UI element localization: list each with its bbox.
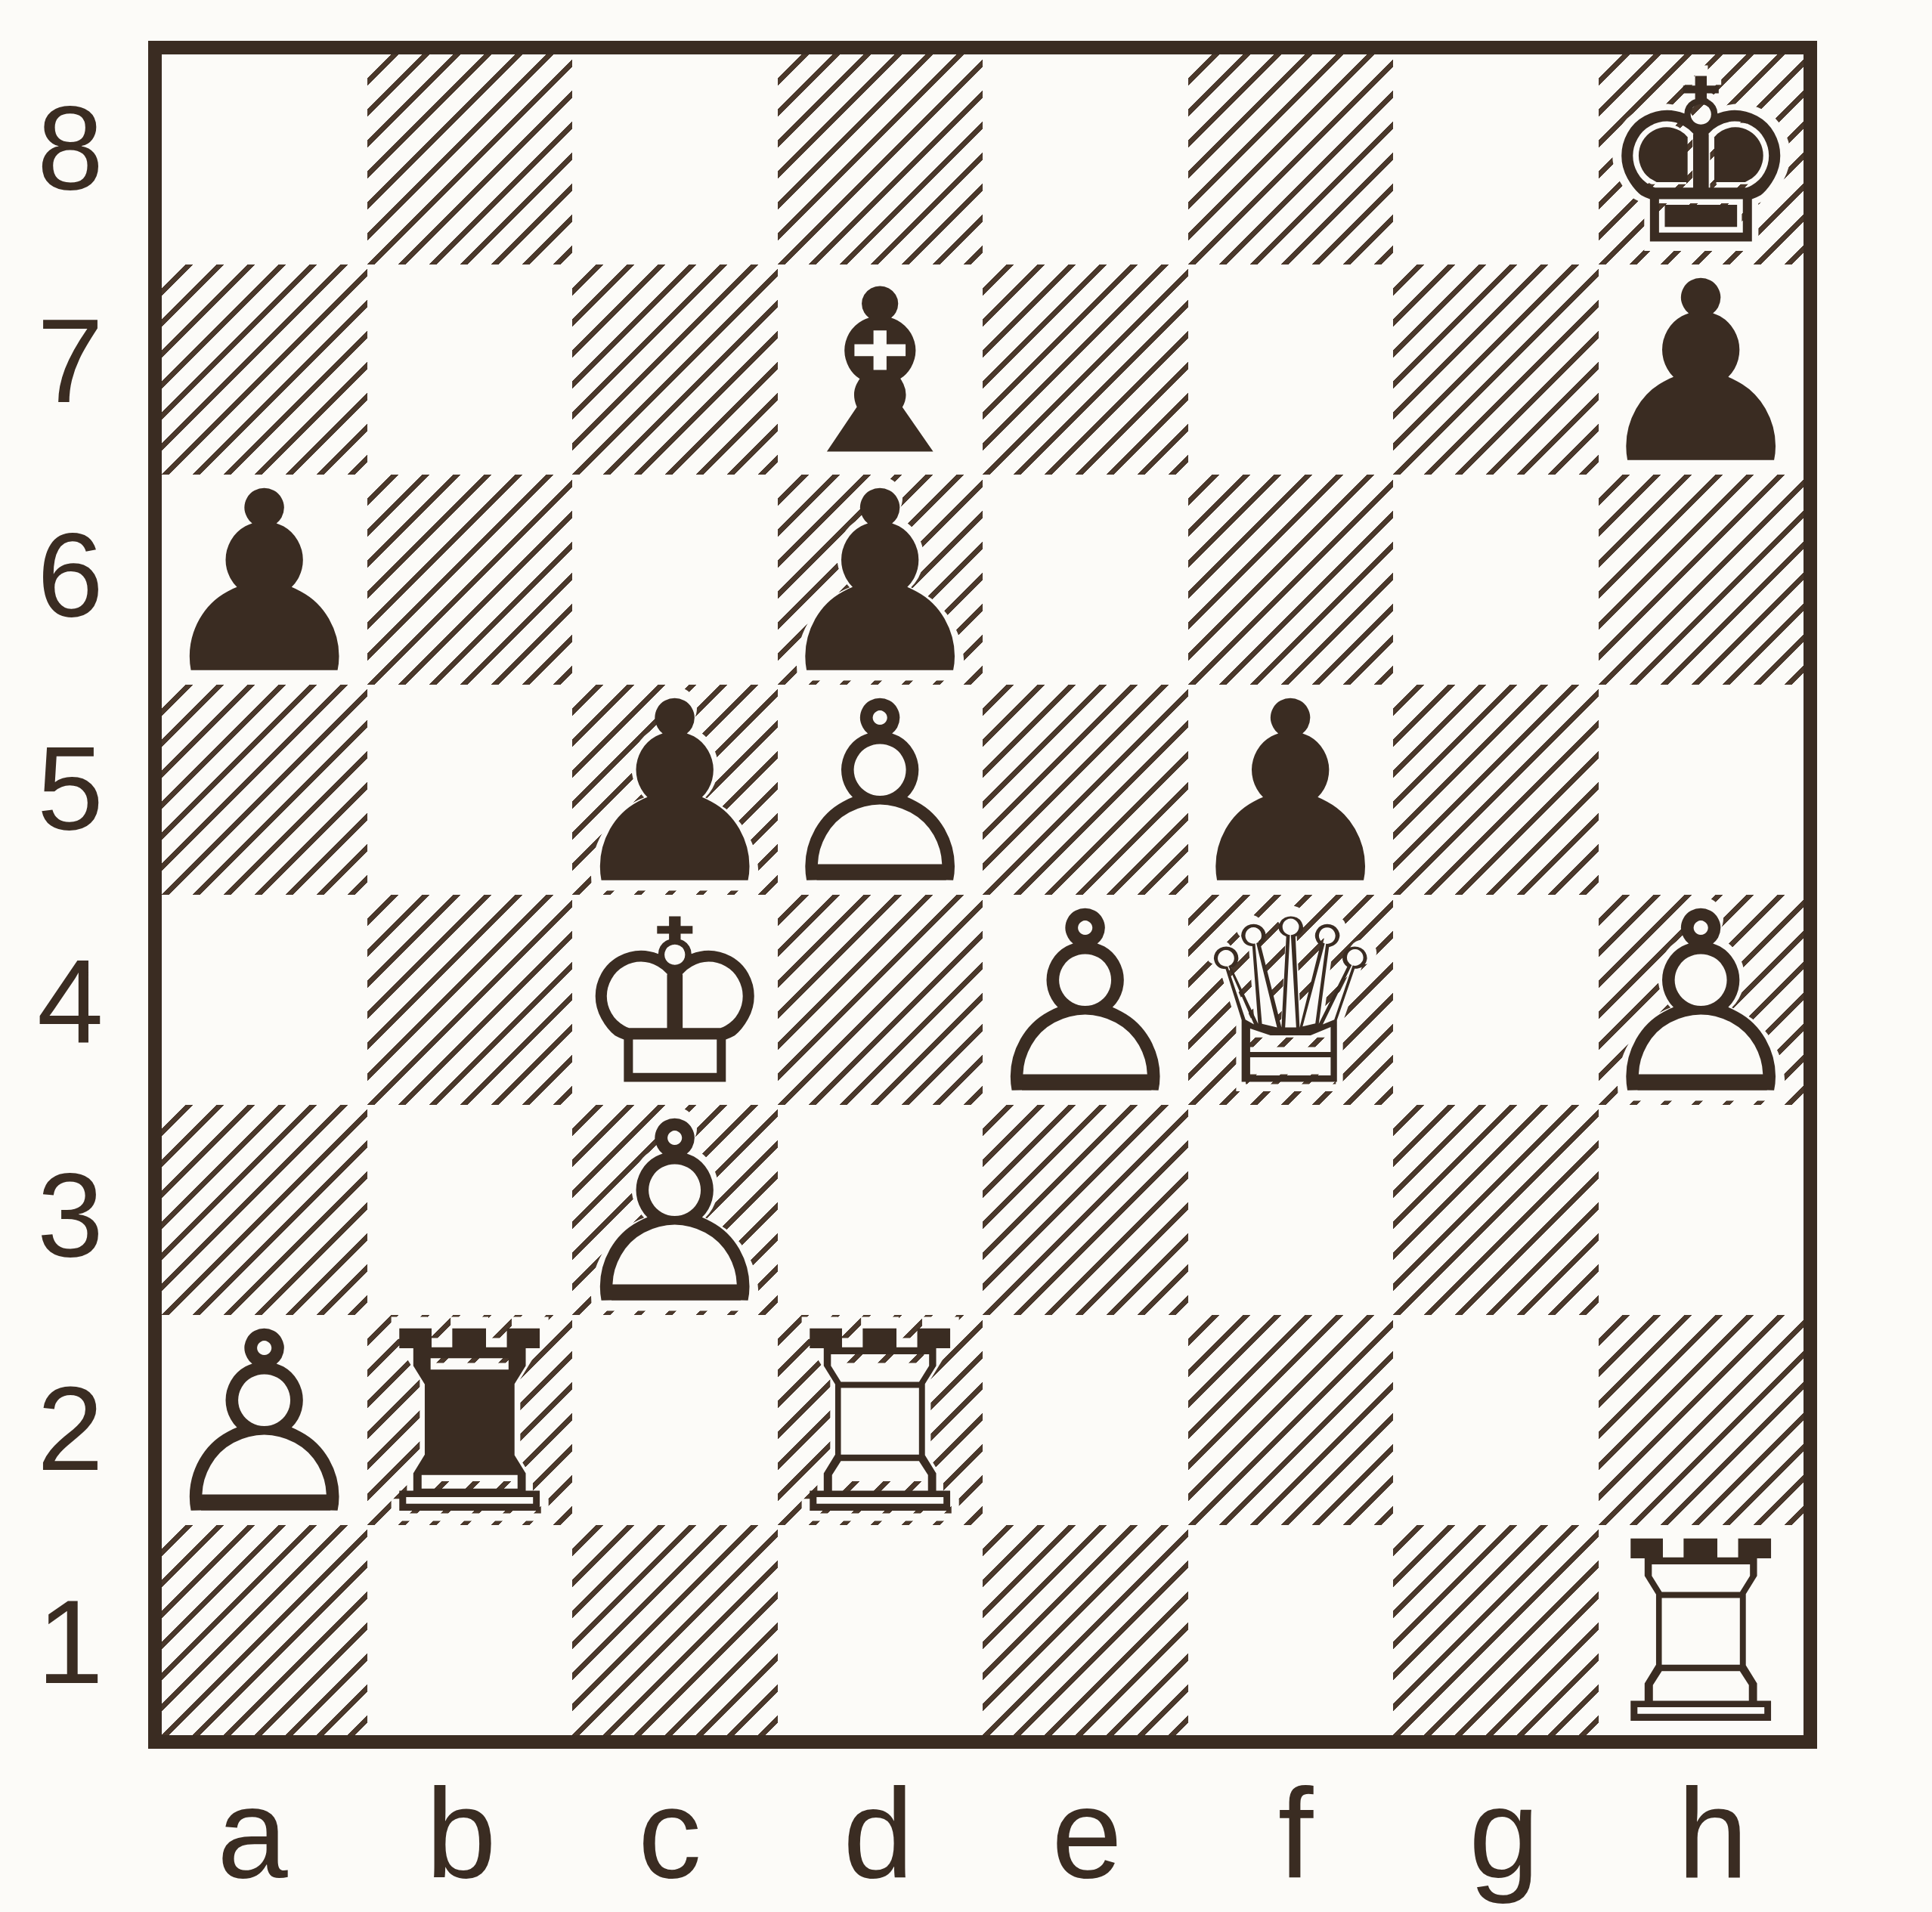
file-label-h: h	[1608, 1761, 1817, 1907]
white-pawn-icon: ♙	[778, 689, 983, 899]
square-g7[interactable]	[1393, 265, 1599, 475]
square-b7[interactable]	[367, 265, 573, 475]
square-a4[interactable]	[162, 895, 367, 1105]
square-b1[interactable]	[367, 1525, 573, 1735]
square-d4[interactable]	[778, 895, 983, 1105]
square-b5[interactable]	[367, 685, 573, 895]
square-e4[interactable]: ♟♙	[983, 895, 1188, 1105]
square-c3[interactable]: ♟♙	[572, 1105, 778, 1315]
file-label-e: e	[983, 1761, 1191, 1907]
black-pawn-icon: ♟	[1599, 269, 1804, 479]
piece-black-rook[interactable]: ♜♜	[367, 1320, 573, 1530]
file-label-d: d	[774, 1761, 983, 1907]
piece-white-pawn[interactable]: ♟♙	[162, 1320, 367, 1530]
square-g5[interactable]	[1393, 685, 1599, 895]
square-h4[interactable]: ♟♙	[1599, 895, 1804, 1105]
square-c7[interactable]	[572, 265, 778, 475]
file-labels: abcdefgh	[148, 1761, 1817, 1904]
square-c1[interactable]	[572, 1525, 778, 1735]
piece-white-pawn[interactable]: ♟♙	[983, 899, 1188, 1109]
rank-label-2: 2	[14, 1322, 127, 1536]
square-g2[interactable]	[1393, 1315, 1599, 1525]
file-label-b: b	[357, 1761, 565, 1907]
white-pawn-icon: ♙	[162, 1320, 367, 1530]
square-h3[interactable]	[1599, 1105, 1804, 1315]
square-g1[interactable]	[1393, 1525, 1599, 1735]
rank-label-8: 8	[14, 41, 127, 255]
square-a2[interactable]: ♟♙	[162, 1315, 367, 1525]
white-rook-icon: ♖	[778, 1320, 983, 1530]
file-label-a: a	[148, 1761, 357, 1907]
square-d5[interactable]: ♟♙	[778, 685, 983, 895]
square-h7[interactable]: ♟♟	[1599, 265, 1804, 475]
rank-label-6: 6	[14, 468, 127, 682]
piece-black-pawn[interactable]: ♟♟	[162, 479, 367, 689]
piece-white-pawn[interactable]: ♟♙	[572, 1109, 778, 1320]
square-d2[interactable]: ♜♖	[778, 1315, 983, 1525]
square-g6[interactable]	[1393, 475, 1599, 685]
square-f8[interactable]	[1188, 54, 1394, 265]
square-e6[interactable]	[983, 475, 1188, 685]
piece-white-rook[interactable]: ♜♖	[778, 1320, 983, 1530]
square-d1[interactable]	[778, 1525, 983, 1735]
square-e3[interactable]	[983, 1105, 1188, 1315]
piece-white-rook[interactable]: ♜♖	[1599, 1530, 1804, 1740]
square-c2[interactable]	[572, 1315, 778, 1525]
square-g4[interactable]	[1393, 895, 1599, 1105]
white-queen-icon: ♕	[1188, 899, 1394, 1109]
square-b4[interactable]	[367, 895, 573, 1105]
black-pawn-icon: ♟	[162, 479, 367, 689]
square-f7[interactable]	[1188, 265, 1394, 475]
square-e7[interactable]	[983, 265, 1188, 475]
piece-white-pawn[interactable]: ♟♙	[1599, 899, 1804, 1109]
chess-diagram: 87654321 ♚♚♝♝♟♟♟♟♟♟♟♟♟♙♟♟♚♔♟♙♛♕♟♙♟♙♟♙♜♜♜…	[0, 0, 1932, 1912]
white-rook-icon: ♖	[1599, 1530, 1804, 1740]
square-f2[interactable]	[1188, 1315, 1394, 1525]
square-h1[interactable]: ♜♖	[1599, 1525, 1804, 1735]
file-label-f: f	[1191, 1761, 1400, 1907]
square-b8[interactable]	[367, 54, 573, 265]
rank-label-1: 1	[14, 1536, 127, 1750]
square-e8[interactable]	[983, 54, 1188, 265]
square-f4[interactable]: ♛♕	[1188, 895, 1394, 1105]
chess-board: ♚♚♝♝♟♟♟♟♟♟♟♟♟♙♟♟♚♔♟♙♛♕♟♙♟♙♟♙♜♜♜♖♜♖	[148, 41, 1817, 1749]
square-h6[interactable]	[1599, 475, 1804, 685]
black-rook-icon: ♜	[367, 1320, 573, 1530]
square-a5[interactable]	[162, 685, 367, 895]
rank-label-7: 7	[14, 255, 127, 469]
piece-white-queen[interactable]: ♛♕	[1188, 899, 1394, 1109]
file-label-g: g	[1400, 1761, 1608, 1907]
square-e2[interactable]	[983, 1315, 1188, 1525]
square-a6[interactable]: ♟♟	[162, 475, 367, 685]
square-b2[interactable]: ♜♜	[367, 1315, 573, 1525]
square-f3[interactable]	[1188, 1105, 1394, 1315]
square-c8[interactable]	[572, 54, 778, 265]
white-pawn-icon: ♙	[1599, 899, 1804, 1109]
square-g3[interactable]	[1393, 1105, 1599, 1315]
white-pawn-icon: ♙	[983, 899, 1188, 1109]
square-b6[interactable]	[367, 475, 573, 685]
square-a1[interactable]	[162, 1525, 367, 1735]
rank-label-3: 3	[14, 1109, 127, 1323]
square-f1[interactable]	[1188, 1525, 1394, 1735]
square-a8[interactable]	[162, 54, 367, 265]
piece-white-pawn[interactable]: ♟♙	[778, 689, 983, 899]
piece-black-pawn[interactable]: ♟♟	[1599, 269, 1804, 479]
rank-labels: 87654321	[14, 41, 127, 1749]
file-label-c: c	[565, 1761, 774, 1907]
square-g8[interactable]	[1393, 54, 1599, 265]
rank-label-5: 5	[14, 682, 127, 896]
square-e1[interactable]	[983, 1525, 1188, 1735]
white-pawn-icon: ♙	[572, 1109, 778, 1320]
rank-label-4: 4	[14, 895, 127, 1109]
